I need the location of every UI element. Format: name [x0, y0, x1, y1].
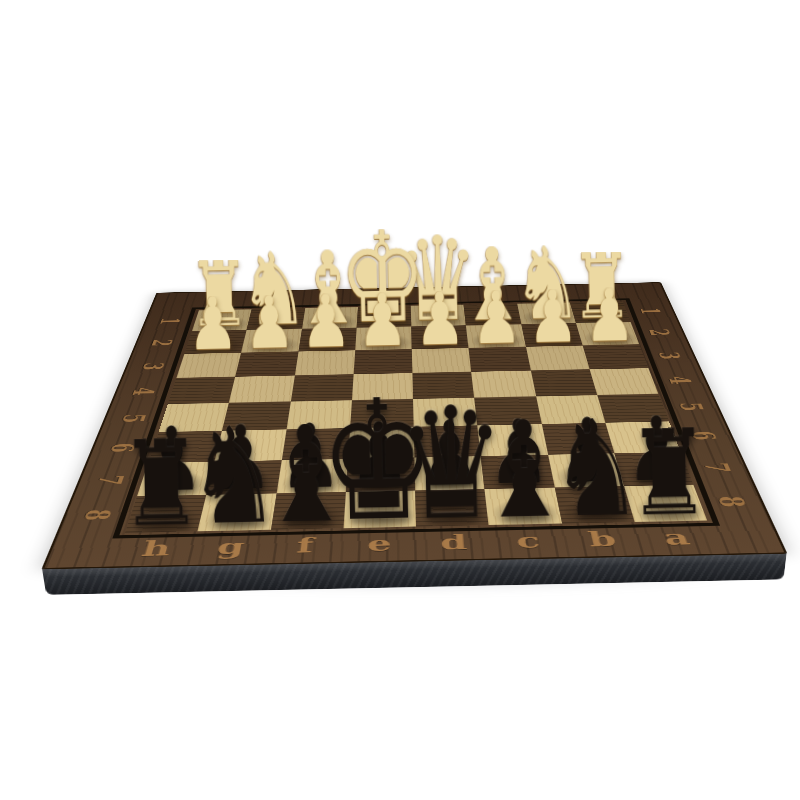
- piece-white-pawn-a2[interactable]: ♟: [584, 287, 636, 344]
- file-label-f: f: [266, 532, 343, 558]
- file-label-h: h: [115, 536, 196, 562]
- board-frame: ♜♞♝♚♛♝♞♜♟♟♟♟♟♟♟♟♟♟♟♟♟♟♟♟♜♞♝♚♛♝♞♜ hgfedcb…: [41, 282, 787, 569]
- square-a2[interactable]: ♟: [576, 322, 639, 345]
- square-b3[interactable]: [526, 345, 590, 370]
- file-label-b: b: [563, 526, 643, 552]
- square-g3[interactable]: [235, 351, 298, 376]
- rank-label-left-4: 4: [111, 387, 174, 396]
- square-h3[interactable]: [176, 353, 241, 378]
- square-d8[interactable]: ♛: [415, 489, 489, 527]
- piece-black-rook-h8[interactable]: ♜: [118, 437, 203, 531]
- piece-black-queen-d8[interactable]: ♛: [396, 403, 506, 526]
- rank-label-left-1: 1: [141, 317, 197, 325]
- chess-board-grid: ♜♞♝♚♛♝♞♜♟♟♟♟♟♟♟♟♟♟♟♟♟♟♟♟♜♞♝♚♛♝♞♜: [125, 301, 707, 532]
- square-b8[interactable]: ♞: [554, 486, 634, 524]
- photo-backdrop: ♜♞♝♚♛♝♞♜♟♟♟♟♟♟♟♟♟♟♟♟♟♟♟♟♜♞♝♚♛♝♞♜ hgfedcb…: [0, 0, 800, 800]
- square-h8[interactable]: ♜: [125, 495, 207, 533]
- piece-black-rook-a8[interactable]: ♜: [627, 426, 712, 520]
- rank-label-right-4: 4: [647, 376, 710, 385]
- square-f2[interactable]: ♟: [298, 328, 356, 352]
- piece-white-pawn-e2[interactable]: ♟: [357, 292, 409, 349]
- board-pinstripe-border: ♜♞♝♚♛♝♞♜♟♟♟♟♟♟♟♟♟♟♟♟♟♟♟♟♜♞♝♚♛♝♞♜: [112, 298, 720, 538]
- square-g2[interactable]: ♟: [241, 329, 301, 353]
- square-c2[interactable]: ♟: [466, 324, 525, 347]
- file-label-d: d: [416, 529, 492, 555]
- square-f8[interactable]: ♝: [271, 492, 346, 530]
- rank-label-left-2: 2: [132, 339, 190, 347]
- rank-label-left-3: 3: [122, 362, 183, 371]
- piece-black-bishop-f8[interactable]: ♝: [258, 423, 353, 529]
- square-a8[interactable]: ♜: [624, 485, 707, 522]
- square-c3[interactable]: [469, 347, 531, 372]
- chess-board: ♜♞♝♚♛♝♞♜♟♟♟♟♟♟♟♟♟♟♟♟♟♟♟♟♜♞♝♚♛♝♞♜ hgfedcb…: [41, 282, 787, 569]
- piece-white-pawn-f2[interactable]: ♟: [300, 293, 352, 350]
- scene: ♜♞♝♚♛♝♞♜♟♟♟♟♟♟♟♟♟♟♟♟♟♟♟♟♜♞♝♚♛♝♞♜ hgfedcb…: [0, 0, 800, 800]
- square-h2[interactable]: ♟: [184, 330, 246, 354]
- square-e2[interactable]: ♟: [355, 327, 412, 351]
- square-d2[interactable]: ♟: [411, 325, 468, 348]
- file-label-g: g: [191, 534, 270, 560]
- rank-label-right-1: 1: [621, 307, 678, 314]
- piece-white-pawn-g2[interactable]: ♟: [243, 294, 295, 351]
- rank-label-right-3: 3: [638, 351, 699, 360]
- file-label-c: c: [489, 528, 567, 554]
- piece-white-pawn-d2[interactable]: ♟: [414, 291, 466, 348]
- piece-white-pawn-h2[interactable]: ♟: [187, 295, 239, 352]
- file-label-a: a: [636, 525, 719, 551]
- square-b2[interactable]: ♟: [521, 323, 582, 346]
- rank-label-right-2: 2: [629, 328, 688, 336]
- square-a3[interactable]: [582, 344, 648, 369]
- file-label-e: e: [341, 531, 416, 557]
- piece-white-pawn-b2[interactable]: ♟: [527, 288, 579, 345]
- piece-white-pawn-c2[interactable]: ♟: [470, 289, 522, 346]
